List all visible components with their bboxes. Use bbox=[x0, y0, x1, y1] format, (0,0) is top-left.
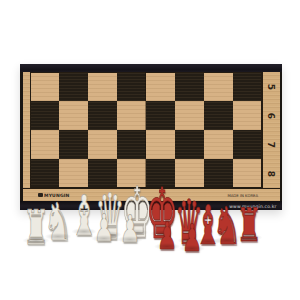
rank-label-7: 7 bbox=[263, 130, 280, 159]
square-f6 bbox=[175, 101, 204, 130]
rank-label-5: 5 bbox=[263, 72, 280, 101]
board-grid bbox=[30, 72, 262, 188]
square-a7 bbox=[30, 130, 59, 159]
square-c6 bbox=[88, 101, 117, 130]
board-top-edge bbox=[20, 64, 282, 72]
white-pawn-piece: ♟ bbox=[106, 210, 154, 239]
square-b6 bbox=[59, 101, 88, 130]
board-bottom-edge: www.myungin.co.kr bbox=[20, 201, 282, 210]
made-in-label: MADE IN KOREA bbox=[227, 193, 258, 197]
square-b5 bbox=[59, 72, 88, 101]
square-f5 bbox=[175, 72, 204, 101]
square-a8 bbox=[30, 159, 59, 188]
board-bottom-border: MYUNGIN MADE IN KOREA bbox=[23, 188, 280, 201]
chess-set-product-photo: 5678 MYUNGIN MADE IN KOREA www.myungin.c… bbox=[0, 0, 300, 300]
white-pawn-piece: ♟ bbox=[80, 209, 128, 238]
square-d6 bbox=[117, 101, 146, 130]
square-g8 bbox=[204, 159, 233, 188]
board-rank-labels: 5678 bbox=[262, 72, 280, 188]
square-e6 bbox=[146, 101, 175, 130]
square-e8 bbox=[146, 159, 175, 188]
square-c8 bbox=[88, 159, 117, 188]
rank-label-8: 8 bbox=[263, 159, 280, 188]
board-left-border bbox=[23, 72, 30, 188]
square-e7 bbox=[146, 130, 175, 159]
square-d8 bbox=[117, 159, 146, 188]
brand-logo-text: MYUNGIN bbox=[44, 192, 70, 197]
square-g5 bbox=[204, 72, 233, 101]
square-f7 bbox=[175, 130, 204, 159]
square-h8 bbox=[233, 159, 262, 188]
board-face: 5678 MYUNGIN MADE IN KOREA bbox=[20, 72, 282, 201]
chess-board: 5678 MYUNGIN MADE IN KOREA www.myungin.c… bbox=[20, 64, 282, 210]
watermark-text: www.myungin.co.kr bbox=[230, 203, 277, 208]
brand-logo: MYUNGIN bbox=[38, 192, 72, 198]
square-c7 bbox=[88, 130, 117, 159]
brand-logo-icon bbox=[38, 193, 43, 198]
square-g7 bbox=[204, 130, 233, 159]
square-b7 bbox=[59, 130, 88, 159]
square-f8 bbox=[175, 159, 204, 188]
square-c5 bbox=[88, 72, 117, 101]
square-e5 bbox=[146, 72, 175, 101]
square-h7 bbox=[233, 130, 262, 159]
rank-label-6: 6 bbox=[263, 101, 280, 130]
red-pawn-piece: ♟ bbox=[168, 219, 216, 248]
square-g6 bbox=[204, 101, 233, 130]
square-d5 bbox=[117, 72, 146, 101]
square-a5 bbox=[30, 72, 59, 101]
square-a6 bbox=[30, 101, 59, 130]
square-h5 bbox=[233, 72, 262, 101]
square-h6 bbox=[233, 101, 262, 130]
square-d7 bbox=[117, 130, 146, 159]
square-b8 bbox=[59, 159, 88, 188]
red-pawn-piece: ♟ bbox=[143, 217, 191, 246]
